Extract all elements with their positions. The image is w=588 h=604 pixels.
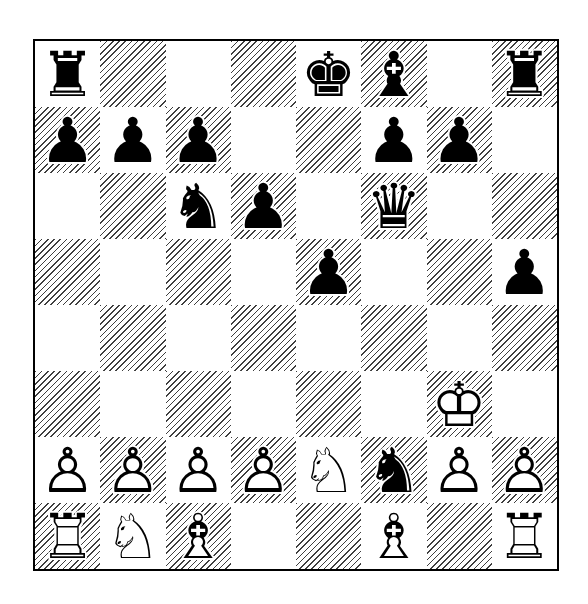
white-bishop-halo: ♝ — [170, 506, 226, 568]
black-pawn-glyph: ♟ — [431, 110, 487, 172]
white-pawn-glyph: ♙ — [170, 440, 226, 502]
black-pawn-glyph: ♟ — [236, 176, 292, 238]
square-g6[interactable] — [427, 173, 492, 239]
white-rook-halo: ♜ — [497, 506, 553, 568]
black-pawn-halo: ♟ — [170, 110, 226, 172]
square-h8[interactable]: ♜♜ — [492, 41, 557, 107]
black-pawn-glyph: ♟ — [366, 110, 422, 172]
square-d4[interactable] — [231, 305, 296, 371]
square-a6[interactable] — [35, 173, 100, 239]
black-pawn-glyph: ♟ — [40, 110, 96, 172]
square-a4[interactable] — [35, 305, 100, 371]
piece-black-rook: ♜♜ — [35, 41, 100, 107]
square-f8[interactable]: ♝♝ — [361, 41, 426, 107]
black-knight-halo: ♞ — [170, 176, 226, 238]
white-pawn-halo: ♟ — [170, 440, 226, 502]
chess-board-frame: ♜♜♚♚♝♝♜♜♟♟♟♟♟♟♟♟♟♟♞♞♟♟♛♛♟♟♟♟♚♔♟♙♟♙♟♙♟♙♞♘… — [33, 39, 559, 571]
piece-white-pawn: ♟♙ — [231, 437, 296, 503]
black-knight-glyph: ♞ — [170, 176, 226, 238]
black-pawn-halo: ♟ — [105, 110, 161, 172]
square-h5[interactable]: ♟♟ — [492, 239, 557, 305]
square-b2[interactable]: ♟♙ — [100, 437, 165, 503]
square-c7[interactable]: ♟♟ — [166, 107, 231, 173]
black-pawn-halo: ♟ — [40, 110, 96, 172]
piece-white-king: ♚♔ — [427, 371, 492, 437]
white-knight-glyph: ♘ — [301, 440, 357, 502]
square-e4[interactable] — [296, 305, 361, 371]
black-queen-halo: ♛ — [366, 176, 422, 238]
square-d3[interactable] — [231, 371, 296, 437]
square-d2[interactable]: ♟♙ — [231, 437, 296, 503]
square-h3[interactable] — [492, 371, 557, 437]
black-king-glyph: ♚ — [301, 44, 357, 106]
piece-black-pawn: ♟♟ — [492, 239, 557, 305]
black-pawn-halo: ♟ — [431, 110, 487, 172]
piece-black-pawn: ♟♟ — [296, 239, 361, 305]
black-pawn-halo: ♟ — [236, 176, 292, 238]
piece-black-pawn: ♟♟ — [231, 173, 296, 239]
piece-black-queen: ♛♛ — [361, 173, 426, 239]
square-f4[interactable] — [361, 305, 426, 371]
black-rook-glyph: ♜ — [497, 44, 553, 106]
white-pawn-glyph: ♙ — [431, 440, 487, 502]
piece-white-rook: ♜♖ — [35, 503, 100, 569]
square-g5[interactable] — [427, 239, 492, 305]
square-f2[interactable]: ♞♞ — [361, 437, 426, 503]
white-king-halo: ♚ — [431, 374, 487, 436]
square-d5[interactable] — [231, 239, 296, 305]
square-f7[interactable]: ♟♟ — [361, 107, 426, 173]
square-a2[interactable]: ♟♙ — [35, 437, 100, 503]
square-b3[interactable] — [100, 371, 165, 437]
black-pawn-halo: ♟ — [497, 242, 553, 304]
square-c8[interactable] — [166, 41, 231, 107]
square-e7[interactable] — [296, 107, 361, 173]
square-e2[interactable]: ♞♘ — [296, 437, 361, 503]
square-b5[interactable] — [100, 239, 165, 305]
piece-black-pawn: ♟♟ — [100, 107, 165, 173]
square-b4[interactable] — [100, 305, 165, 371]
white-bishop-glyph: ♗ — [170, 506, 226, 568]
piece-black-knight: ♞♞ — [166, 173, 231, 239]
white-pawn-glyph: ♙ — [105, 440, 161, 502]
square-h6[interactable] — [492, 173, 557, 239]
square-c1[interactable]: ♝♗ — [166, 503, 231, 569]
square-c3[interactable] — [166, 371, 231, 437]
square-a5[interactable] — [35, 239, 100, 305]
white-rook-halo: ♜ — [40, 506, 96, 568]
square-h1[interactable]: ♜♖ — [492, 503, 557, 569]
black-rook-halo: ♜ — [40, 44, 96, 106]
square-g1[interactable] — [427, 503, 492, 569]
piece-black-pawn: ♟♟ — [427, 107, 492, 173]
white-bishop-glyph: ♗ — [366, 506, 422, 568]
chess-board: ♜♜♚♚♝♝♜♜♟♟♟♟♟♟♟♟♟♟♞♞♟♟♛♛♟♟♟♟♚♔♟♙♟♙♟♙♟♙♞♘… — [35, 41, 557, 569]
white-knight-halo: ♞ — [105, 506, 161, 568]
square-b7[interactable]: ♟♟ — [100, 107, 165, 173]
square-g7[interactable]: ♟♟ — [427, 107, 492, 173]
square-e6[interactable] — [296, 173, 361, 239]
white-pawn-halo: ♟ — [40, 440, 96, 502]
black-bishop-halo: ♝ — [366, 44, 422, 106]
square-e8[interactable]: ♚♚ — [296, 41, 361, 107]
white-pawn-halo: ♟ — [497, 440, 553, 502]
piece-black-rook: ♜♜ — [492, 41, 557, 107]
piece-black-king: ♚♚ — [296, 41, 361, 107]
piece-black-pawn: ♟♟ — [35, 107, 100, 173]
black-king-halo: ♚ — [301, 44, 357, 106]
piece-white-bishop: ♝♗ — [166, 503, 231, 569]
black-rook-glyph: ♜ — [40, 44, 96, 106]
page: ♜♜♚♚♝♝♜♜♟♟♟♟♟♟♟♟♟♟♞♞♟♟♛♛♟♟♟♟♚♔♟♙♟♙♟♙♟♙♞♘… — [0, 0, 588, 604]
white-bishop-halo: ♝ — [366, 506, 422, 568]
square-a7[interactable]: ♟♟ — [35, 107, 100, 173]
square-d8[interactable] — [231, 41, 296, 107]
square-f6[interactable]: ♛♛ — [361, 173, 426, 239]
piece-white-knight: ♞♘ — [100, 503, 165, 569]
white-pawn-halo: ♟ — [431, 440, 487, 502]
black-knight-glyph: ♞ — [366, 440, 422, 502]
black-queen-glyph: ♛ — [366, 176, 422, 238]
square-b1[interactable]: ♞♘ — [100, 503, 165, 569]
square-g4[interactable] — [427, 305, 492, 371]
white-rook-glyph: ♖ — [40, 506, 96, 568]
square-c2[interactable]: ♟♙ — [166, 437, 231, 503]
square-e3[interactable] — [296, 371, 361, 437]
square-c4[interactable] — [166, 305, 231, 371]
black-bishop-glyph: ♝ — [366, 44, 422, 106]
square-a3[interactable] — [35, 371, 100, 437]
black-pawn-glyph: ♟ — [170, 110, 226, 172]
white-pawn-halo: ♟ — [105, 440, 161, 502]
square-b6[interactable] — [100, 173, 165, 239]
black-knight-halo: ♞ — [366, 440, 422, 502]
piece-black-bishop: ♝♝ — [361, 41, 426, 107]
white-pawn-glyph: ♙ — [236, 440, 292, 502]
piece-white-pawn: ♟♙ — [100, 437, 165, 503]
white-pawn-halo: ♟ — [236, 440, 292, 502]
square-d7[interactable] — [231, 107, 296, 173]
square-g3[interactable]: ♚♔ — [427, 371, 492, 437]
black-pawn-glyph: ♟ — [497, 242, 553, 304]
black-pawn-glyph: ♟ — [105, 110, 161, 172]
square-f1[interactable]: ♝♗ — [361, 503, 426, 569]
black-pawn-halo: ♟ — [301, 242, 357, 304]
square-d6[interactable]: ♟♟ — [231, 173, 296, 239]
piece-white-pawn: ♟♙ — [492, 437, 557, 503]
white-king-glyph: ♔ — [431, 374, 487, 436]
square-g2[interactable]: ♟♙ — [427, 437, 492, 503]
white-pawn-glyph: ♙ — [497, 440, 553, 502]
black-rook-halo: ♜ — [497, 44, 553, 106]
piece-white-pawn: ♟♙ — [166, 437, 231, 503]
black-pawn-glyph: ♟ — [301, 242, 357, 304]
square-c6[interactable]: ♞♞ — [166, 173, 231, 239]
square-a8[interactable]: ♜♜ — [35, 41, 100, 107]
square-f3[interactable] — [361, 371, 426, 437]
black-pawn-halo: ♟ — [366, 110, 422, 172]
square-b8[interactable] — [100, 41, 165, 107]
piece-black-knight: ♞♞ — [361, 437, 426, 503]
square-f5[interactable] — [361, 239, 426, 305]
piece-white-pawn: ♟♙ — [35, 437, 100, 503]
piece-black-pawn: ♟♟ — [361, 107, 426, 173]
white-knight-halo: ♞ — [301, 440, 357, 502]
square-d1[interactable] — [231, 503, 296, 569]
piece-white-rook: ♜♖ — [492, 503, 557, 569]
square-e1[interactable] — [296, 503, 361, 569]
square-g8[interactable] — [427, 41, 492, 107]
piece-white-bishop: ♝♗ — [361, 503, 426, 569]
square-e5[interactable]: ♟♟ — [296, 239, 361, 305]
square-h7[interactable] — [492, 107, 557, 173]
square-a1[interactable]: ♜♖ — [35, 503, 100, 569]
square-h4[interactable] — [492, 305, 557, 371]
white-knight-glyph: ♘ — [105, 506, 161, 568]
white-rook-glyph: ♖ — [497, 506, 553, 568]
white-pawn-glyph: ♙ — [40, 440, 96, 502]
piece-black-pawn: ♟♟ — [166, 107, 231, 173]
piece-white-knight: ♞♘ — [296, 437, 361, 503]
square-c5[interactable] — [166, 239, 231, 305]
piece-white-pawn: ♟♙ — [427, 437, 492, 503]
square-h2[interactable]: ♟♙ — [492, 437, 557, 503]
